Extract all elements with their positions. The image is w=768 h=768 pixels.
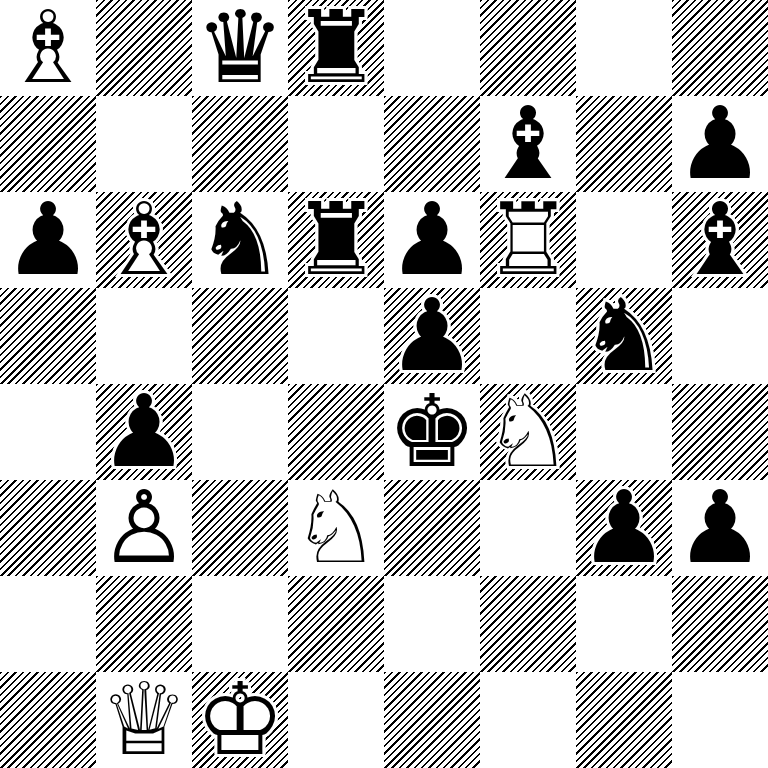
black-pawn-halo: ♟ (384, 192, 480, 288)
white-pawn-piece: ♙ (96, 480, 192, 576)
black-pawn-halo: ♟ (576, 480, 672, 576)
white-knight-piece: ♘ (288, 480, 384, 576)
black-pawn-piece: ♟ (96, 384, 192, 480)
black-king-piece: ♚ (384, 384, 480, 480)
black-knight-piece: ♞ (192, 192, 288, 288)
square-c6[interactable]: ♞♞ (192, 192, 288, 288)
square-h5[interactable] (672, 288, 768, 384)
white-rook-halo: ♜ (480, 192, 576, 288)
black-pawn-piece: ♟ (672, 480, 768, 576)
white-queen-piece: ♕ (96, 672, 192, 768)
square-b6[interactable]: ♝♗ (96, 192, 192, 288)
square-g4[interactable] (576, 384, 672, 480)
black-knight-halo: ♞ (576, 288, 672, 384)
square-a1[interactable] (0, 672, 96, 768)
square-h4[interactable] (672, 384, 768, 480)
square-g6[interactable] (576, 192, 672, 288)
black-pawn-piece: ♟ (576, 480, 672, 576)
white-bishop-halo: ♝ (96, 192, 192, 288)
black-pawn-piece: ♟ (672, 96, 768, 192)
square-b8[interactable] (96, 0, 192, 96)
square-f4[interactable]: ♞♘ (480, 384, 576, 480)
square-a5[interactable] (0, 288, 96, 384)
square-b7[interactable] (96, 96, 192, 192)
square-f8[interactable] (480, 0, 576, 96)
black-pawn-halo: ♟ (672, 96, 768, 192)
square-f1[interactable] (480, 672, 576, 768)
square-d5[interactable] (288, 288, 384, 384)
white-bishop-piece: ♗ (96, 192, 192, 288)
square-c4[interactable] (192, 384, 288, 480)
square-b4[interactable]: ♟♟ (96, 384, 192, 480)
square-b1[interactable]: ♛♕ (96, 672, 192, 768)
black-pawn-piece: ♟ (384, 192, 480, 288)
square-a7[interactable] (0, 96, 96, 192)
square-d7[interactable] (288, 96, 384, 192)
white-rook-piece: ♖ (480, 192, 576, 288)
square-a6[interactable]: ♟♟ (0, 192, 96, 288)
black-queen-piece: ♛ (192, 0, 288, 96)
square-a8[interactable]: ♝♗ (0, 0, 96, 96)
black-bishop-piece: ♝ (672, 192, 768, 288)
square-f7[interactable]: ♝♝ (480, 96, 576, 192)
square-h8[interactable] (672, 0, 768, 96)
square-e1[interactable] (384, 672, 480, 768)
white-king-halo: ♚ (192, 672, 288, 768)
square-b2[interactable] (96, 576, 192, 672)
white-knight-halo: ♞ (480, 384, 576, 480)
square-h6[interactable]: ♝♝ (672, 192, 768, 288)
white-knight-halo: ♞ (288, 480, 384, 576)
black-bishop-halo: ♝ (480, 96, 576, 192)
white-king-piece: ♔ (192, 672, 288, 768)
square-a3[interactable] (0, 480, 96, 576)
square-f2[interactable] (480, 576, 576, 672)
square-g1[interactable] (576, 672, 672, 768)
square-e8[interactable] (384, 0, 480, 96)
white-pawn-halo: ♟ (96, 480, 192, 576)
black-rook-piece: ♜ (288, 192, 384, 288)
square-g2[interactable] (576, 576, 672, 672)
square-h2[interactable] (672, 576, 768, 672)
black-rook-piece: ♜ (288, 0, 384, 96)
white-bishop-halo: ♝ (0, 0, 96, 96)
square-d8[interactable]: ♜♜ (288, 0, 384, 96)
square-c5[interactable] (192, 288, 288, 384)
square-e3[interactable] (384, 480, 480, 576)
square-g3[interactable]: ♟♟ (576, 480, 672, 576)
black-queen-halo: ♛ (192, 0, 288, 96)
black-pawn-piece: ♟ (0, 192, 96, 288)
square-f5[interactable] (480, 288, 576, 384)
square-f6[interactable]: ♜♖ (480, 192, 576, 288)
square-e5[interactable]: ♟♟ (384, 288, 480, 384)
square-a4[interactable] (0, 384, 96, 480)
square-d1[interactable] (288, 672, 384, 768)
square-d3[interactable]: ♞♘ (288, 480, 384, 576)
black-pawn-piece: ♟ (384, 288, 480, 384)
white-knight-piece: ♘ (480, 384, 576, 480)
square-d4[interactable] (288, 384, 384, 480)
black-rook-halo: ♜ (288, 0, 384, 96)
square-b3[interactable]: ♟♙ (96, 480, 192, 576)
chess-board: ♝♗♛♛♜♜♝♝♟♟♟♟♝♗♞♞♜♜♟♟♜♖♝♝♟♟♞♞♟♟♚♚♞♘♟♙♞♘♟♟… (0, 0, 768, 768)
square-a2[interactable] (0, 576, 96, 672)
square-f3[interactable] (480, 480, 576, 576)
square-d2[interactable] (288, 576, 384, 672)
square-h3[interactable]: ♟♟ (672, 480, 768, 576)
square-c7[interactable] (192, 96, 288, 192)
black-knight-piece: ♞ (576, 288, 672, 384)
black-pawn-halo: ♟ (384, 288, 480, 384)
square-c1[interactable]: ♚♔ (192, 672, 288, 768)
black-king-halo: ♚ (384, 384, 480, 480)
white-bishop-piece: ♗ (0, 0, 96, 96)
black-pawn-halo: ♟ (96, 384, 192, 480)
black-rook-halo: ♜ (288, 192, 384, 288)
square-h1[interactable] (672, 672, 768, 768)
square-g8[interactable] (576, 0, 672, 96)
square-b5[interactable] (96, 288, 192, 384)
square-h7[interactable]: ♟♟ (672, 96, 768, 192)
black-bishop-halo: ♝ (672, 192, 768, 288)
square-g5[interactable]: ♞♞ (576, 288, 672, 384)
square-e2[interactable] (384, 576, 480, 672)
black-pawn-halo: ♟ (0, 192, 96, 288)
black-bishop-piece: ♝ (480, 96, 576, 192)
square-e6[interactable]: ♟♟ (384, 192, 480, 288)
black-knight-halo: ♞ (192, 192, 288, 288)
white-queen-halo: ♛ (96, 672, 192, 768)
black-pawn-halo: ♟ (672, 480, 768, 576)
square-c3[interactable] (192, 480, 288, 576)
square-e4[interactable]: ♚♚ (384, 384, 480, 480)
square-g7[interactable] (576, 96, 672, 192)
square-c2[interactable] (192, 576, 288, 672)
square-e7[interactable] (384, 96, 480, 192)
square-c8[interactable]: ♛♛ (192, 0, 288, 96)
square-d6[interactable]: ♜♜ (288, 192, 384, 288)
